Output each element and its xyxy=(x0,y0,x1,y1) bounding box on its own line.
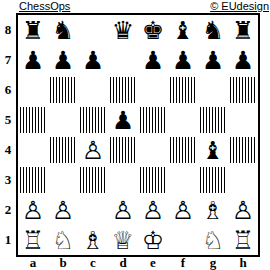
board-frame: ♜♞♛♚♝♞♜♟♟♟♟♟♟♟♟♙♝♙♙♙♙♙♗♙♖♘♗♕♔♘♖ xyxy=(16,13,260,257)
piece-black-rook-h8: ♜ xyxy=(230,16,256,44)
square-a8: ♜ xyxy=(18,15,48,45)
square-e3 xyxy=(138,165,168,195)
piece-white-bishop-g2: ♗ xyxy=(200,196,226,224)
file-label-d: d xyxy=(108,256,138,270)
rank-label-1: 1 xyxy=(0,225,16,255)
piece-white-king-e1: ♔ xyxy=(140,226,166,254)
piece-black-queen-d8: ♛ xyxy=(110,16,136,44)
piece-black-pawn-f7: ♟ xyxy=(170,46,196,74)
square-b8: ♞ xyxy=(48,15,78,45)
square-f7: ♟ xyxy=(168,45,198,75)
piece-black-pawn-c7: ♟ xyxy=(80,46,106,74)
square-f2: ♙ xyxy=(168,195,198,225)
piece-black-pawn-h7: ♟ xyxy=(230,46,256,74)
square-g8: ♞ xyxy=(198,15,228,45)
piece-white-knight-g1: ♘ xyxy=(200,226,226,254)
square-d7 xyxy=(108,45,138,75)
square-c4: ♙ xyxy=(78,135,108,165)
square-a6 xyxy=(18,75,48,105)
square-a7: ♟ xyxy=(18,45,48,75)
square-h1: ♖ xyxy=(228,225,258,255)
piece-black-pawn-b7: ♟ xyxy=(50,46,76,74)
square-c1: ♗ xyxy=(78,225,108,255)
square-c7: ♟ xyxy=(78,45,108,75)
rank-label-8: 8 xyxy=(0,15,16,45)
square-f4 xyxy=(168,135,198,165)
square-g3 xyxy=(198,165,228,195)
square-c3 xyxy=(78,165,108,195)
piece-white-pawn-d2: ♙ xyxy=(110,196,136,224)
piece-black-pawn-e7: ♟ xyxy=(140,46,166,74)
square-g5 xyxy=(198,105,228,135)
piece-white-rook-h1: ♖ xyxy=(230,226,256,254)
file-label-g: g xyxy=(198,256,228,270)
square-a2: ♙ xyxy=(18,195,48,225)
file-label-c: c xyxy=(78,256,108,270)
rank-label-5: 5 xyxy=(0,105,16,135)
piece-black-rook-a8: ♜ xyxy=(20,16,46,44)
square-a3 xyxy=(18,165,48,195)
square-d3 xyxy=(108,165,138,195)
square-d6 xyxy=(108,75,138,105)
file-label-f: f xyxy=(168,256,198,270)
piece-black-bishop-f8: ♝ xyxy=(170,16,196,44)
square-d4 xyxy=(108,135,138,165)
square-h4 xyxy=(228,135,258,165)
file-label-a: a xyxy=(18,256,48,270)
file-label-e: e xyxy=(138,256,168,270)
square-h6 xyxy=(228,75,258,105)
square-e8: ♚ xyxy=(138,15,168,45)
rank-label-6: 6 xyxy=(0,75,16,105)
piece-black-pawn-d5: ♟ xyxy=(110,106,136,134)
square-g7: ♟ xyxy=(198,45,228,75)
square-d2: ♙ xyxy=(108,195,138,225)
site-title-link[interactable]: ChessOps xyxy=(19,0,70,13)
piece-white-queen-d1: ♕ xyxy=(110,226,136,254)
square-b2: ♙ xyxy=(48,195,78,225)
square-e7: ♟ xyxy=(138,45,168,75)
piece-white-pawn-e2: ♙ xyxy=(140,196,166,224)
piece-white-pawn-b2: ♙ xyxy=(50,196,76,224)
square-e4 xyxy=(138,135,168,165)
rank-label-3: 3 xyxy=(0,165,16,195)
square-e5 xyxy=(138,105,168,135)
square-f3 xyxy=(168,165,198,195)
piece-white-knight-b1: ♘ xyxy=(50,226,76,254)
square-e1: ♔ xyxy=(138,225,168,255)
square-h7: ♟ xyxy=(228,45,258,75)
square-f8: ♝ xyxy=(168,15,198,45)
square-h8: ♜ xyxy=(228,15,258,45)
square-g4: ♝ xyxy=(198,135,228,165)
square-e6 xyxy=(138,75,168,105)
square-b1: ♘ xyxy=(48,225,78,255)
square-f6 xyxy=(168,75,198,105)
square-g1: ♘ xyxy=(198,225,228,255)
square-h3 xyxy=(228,165,258,195)
rank-label-4: 4 xyxy=(0,135,16,165)
piece-black-king-e8: ♚ xyxy=(140,16,166,44)
square-h2: ♙ xyxy=(228,195,258,225)
square-c6 xyxy=(78,75,108,105)
rank-label-7: 7 xyxy=(0,45,16,75)
square-f5 xyxy=(168,105,198,135)
piece-black-pawn-g7: ♟ xyxy=(200,46,226,74)
rank-label-2: 2 xyxy=(0,195,16,225)
piece-white-pawn-h2: ♙ xyxy=(230,196,256,224)
credit-link[interactable]: © EUdesign xyxy=(210,0,269,13)
file-label-b: b xyxy=(48,256,78,270)
square-d1: ♕ xyxy=(108,225,138,255)
piece-black-bishop-g4: ♝ xyxy=(200,136,226,164)
square-b7: ♟ xyxy=(48,45,78,75)
square-b5 xyxy=(48,105,78,135)
square-d5: ♟ xyxy=(108,105,138,135)
piece-white-rook-a1: ♖ xyxy=(20,226,46,254)
chess-board: ♜♞♛♚♝♞♜♟♟♟♟♟♟♟♟♙♝♙♙♙♙♙♗♙♖♘♗♕♔♘♖ xyxy=(18,15,258,255)
piece-white-pawn-f2: ♙ xyxy=(170,196,196,224)
square-h5 xyxy=(228,105,258,135)
square-b3 xyxy=(48,165,78,195)
piece-white-bishop-c1: ♗ xyxy=(80,226,106,254)
file-labels: abcdefgh xyxy=(18,256,258,270)
piece-black-pawn-a7: ♟ xyxy=(20,46,46,74)
square-f1 xyxy=(168,225,198,255)
file-label-h: h xyxy=(228,256,258,270)
square-a1: ♖ xyxy=(18,225,48,255)
piece-black-knight-g8: ♞ xyxy=(200,16,226,44)
square-d8: ♛ xyxy=(108,15,138,45)
square-b4 xyxy=(48,135,78,165)
square-a4 xyxy=(18,135,48,165)
piece-white-pawn-a2: ♙ xyxy=(20,196,46,224)
square-a5 xyxy=(18,105,48,135)
piece-black-knight-b8: ♞ xyxy=(50,16,76,44)
square-c8 xyxy=(78,15,108,45)
square-g2: ♗ xyxy=(198,195,228,225)
square-g6 xyxy=(198,75,228,105)
piece-white-pawn-c4: ♙ xyxy=(80,136,106,164)
square-c2 xyxy=(78,195,108,225)
square-e2: ♙ xyxy=(138,195,168,225)
square-c5 xyxy=(78,105,108,135)
square-b6 xyxy=(48,75,78,105)
rank-labels: 87654321 xyxy=(0,15,16,255)
